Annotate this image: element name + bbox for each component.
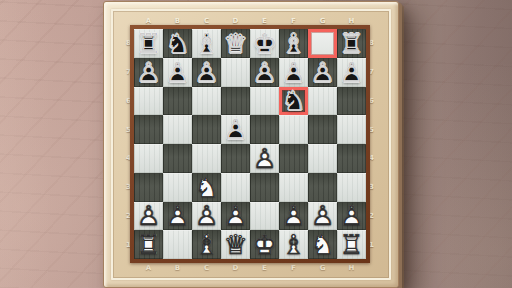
square-d4[interactable] [221,144,250,173]
square-f6[interactable]: ♞♘ [279,87,308,116]
square-g8[interactable] [308,29,337,58]
square-c5[interactable] [192,115,221,144]
piece-white-knight[interactable]: ♞♘ [308,230,337,259]
square-e3[interactable] [250,173,279,202]
piece-black-pawn[interactable]: ♟♙ [221,115,250,144]
board-grid: ♜♖♞♘♝♗♛♕♚♔♝♗♜♖♟♙♟♙♟♙♟♙♟♙♟♙♟♙♞♘♟♙♟♙♞♘♟♙♟♙… [134,29,366,259]
square-b2[interactable]: ♟♙ [163,202,192,231]
piece-black-pawn[interactable]: ♟♙ [192,58,221,87]
piece-glyph-outline: ♙ [279,58,308,87]
piece-black-bishop[interactable]: ♝♗ [192,29,221,58]
square-d6[interactable] [221,87,250,116]
square-h3[interactable] [337,173,366,202]
piece-white-knight[interactable]: ♞♘ [192,173,221,202]
piece-glyph-outline: ♘ [308,230,337,259]
piece-glyph-outline: ♙ [337,202,366,231]
square-d5[interactable]: ♟♙ [221,115,250,144]
piece-white-pawn[interactable]: ♟♙ [250,144,279,173]
piece-glyph-outline: ♙ [134,58,163,87]
piece-white-bishop[interactable]: ♝♗ [279,230,308,259]
piece-black-pawn[interactable]: ♟♙ [163,58,192,87]
square-f1[interactable]: ♝♗ [279,230,308,259]
piece-glyph-outline: ♕ [221,230,250,259]
square-a1[interactable]: ♜♖ [134,230,163,259]
square-a2[interactable]: ♟♙ [134,202,163,231]
piece-glyph-outline: ♘ [192,173,221,202]
square-c2[interactable]: ♟♙ [192,202,221,231]
piece-white-pawn[interactable]: ♟♙ [163,202,192,231]
piece-glyph-outline: ♗ [192,29,221,58]
piece-glyph-outline: ♙ [279,202,308,231]
piece-black-rook[interactable]: ♜♖ [337,29,366,58]
piece-glyph-outline: ♕ [221,29,250,58]
piece-glyph-outline: ♗ [192,230,221,259]
piece-black-pawn[interactable]: ♟♙ [308,58,337,87]
square-h5[interactable] [337,115,366,144]
piece-glyph-outline: ♖ [337,230,366,259]
square-h2[interactable]: ♟♙ [337,202,366,231]
square-e8[interactable]: ♚♔ [250,29,279,58]
piece-glyph-outline: ♙ [163,202,192,231]
piece-glyph-outline: ♙ [163,58,192,87]
piece-white-rook[interactable]: ♜♖ [134,230,163,259]
piece-glyph-outline: ♖ [337,29,366,58]
square-f4[interactable] [279,144,308,173]
square-g3[interactable] [308,173,337,202]
square-b4[interactable] [163,144,192,173]
square-a6[interactable] [134,87,163,116]
piece-black-king[interactable]: ♚♔ [250,29,279,58]
square-f5[interactable] [279,115,308,144]
piece-glyph-outline: ♙ [221,202,250,231]
piece-black-bishop[interactable]: ♝♗ [279,29,308,58]
square-b7[interactable]: ♟♙ [163,58,192,87]
square-e5[interactable] [250,115,279,144]
square-h4[interactable] [337,144,366,173]
square-e4[interactable]: ♟♙ [250,144,279,173]
square-e1[interactable]: ♚♔ [250,230,279,259]
square-c1[interactable]: ♝♗ [192,230,221,259]
square-c6[interactable] [192,87,221,116]
piece-glyph-outline: ♙ [221,115,250,144]
square-b3[interactable] [163,173,192,202]
square-b8[interactable]: ♞♘ [163,29,192,58]
square-h8[interactable]: ♜♖ [337,29,366,58]
square-c3[interactable]: ♞♘ [192,173,221,202]
square-f8[interactable]: ♝♗ [279,29,308,58]
square-a4[interactable] [134,144,163,173]
piece-black-knight[interactable]: ♞♘ [163,29,192,58]
piece-glyph-outline: ♔ [250,230,279,259]
piece-black-pawn[interactable]: ♟♙ [134,58,163,87]
piece-glyph-outline: ♘ [163,29,192,58]
square-c4[interactable] [192,144,221,173]
piece-white-pawn[interactable]: ♟♙ [192,202,221,231]
piece-glyph-outline: ♖ [134,230,163,259]
square-d2[interactable]: ♟♙ [221,202,250,231]
piece-black-knight[interactable]: ♞♘ [279,87,308,116]
square-c8[interactable]: ♝♗ [192,29,221,58]
square-d3[interactable] [221,173,250,202]
piece-glyph-outline: ♙ [250,58,279,87]
piece-white-king[interactable]: ♚♔ [250,230,279,259]
piece-white-pawn[interactable]: ♟♙ [337,202,366,231]
piece-glyph-outline: ♔ [250,29,279,58]
piece-white-pawn[interactable]: ♟♙ [221,202,250,231]
square-b6[interactable] [163,87,192,116]
square-d7[interactable] [221,58,250,87]
piece-white-pawn[interactable]: ♟♙ [134,202,163,231]
square-c7[interactable]: ♟♙ [192,58,221,87]
square-f7[interactable]: ♟♙ [279,58,308,87]
piece-glyph-outline: ♖ [134,29,163,58]
board-inner-border: ♜♖♞♘♝♗♛♕♚♔♝♗♜♖♟♙♟♙♟♙♟♙♟♙♟♙♟♙♞♘♟♙♟♙♞♘♟♙♟♙… [130,25,370,263]
square-e6[interactable] [250,87,279,116]
square-e2[interactable] [250,202,279,231]
square-g1[interactable]: ♞♘ [308,230,337,259]
square-d8[interactable]: ♛♕ [221,29,250,58]
piece-white-bishop[interactable]: ♝♗ [192,230,221,259]
piece-glyph-outline: ♙ [192,58,221,87]
piece-white-rook[interactable]: ♜♖ [337,230,366,259]
piece-glyph-outline: ♙ [308,58,337,87]
square-b5[interactable] [163,115,192,144]
square-d1[interactable]: ♛♕ [221,230,250,259]
piece-glyph-outline: ♗ [279,29,308,58]
square-g4[interactable] [308,144,337,173]
square-e7[interactable]: ♟♙ [250,58,279,87]
square-g2[interactable]: ♟♙ [308,202,337,231]
piece-black-pawn[interactable]: ♟♙ [279,58,308,87]
piece-white-queen[interactable]: ♛♕ [221,230,250,259]
piece-black-queen[interactable]: ♛♕ [221,29,250,58]
piece-black-pawn[interactable]: ♟♙ [250,58,279,87]
piece-white-pawn[interactable]: ♟♙ [308,202,337,231]
chess-board: ABCDEFGH ABCDEFGH 87654321 87654321 ♜♖♞♘… [103,1,399,288]
square-a5[interactable] [134,115,163,144]
piece-black-rook[interactable]: ♜♖ [134,29,163,58]
piece-glyph-outline: ♙ [192,202,221,231]
square-f2[interactable]: ♟♙ [279,202,308,231]
piece-glyph-outline: ♙ [250,144,279,173]
square-g7[interactable]: ♟♙ [308,58,337,87]
piece-glyph-outline: ♘ [279,87,308,116]
square-b1[interactable] [163,230,192,259]
piece-glyph-outline: ♙ [337,58,366,87]
piece-white-pawn[interactable]: ♟♙ [279,202,308,231]
square-h1[interactable]: ♜♖ [337,230,366,259]
square-g6[interactable] [308,87,337,116]
piece-black-pawn[interactable]: ♟♙ [337,58,366,87]
piece-glyph-outline: ♗ [279,230,308,259]
square-a7[interactable]: ♟♙ [134,58,163,87]
square-g5[interactable] [308,115,337,144]
square-h7[interactable]: ♟♙ [337,58,366,87]
square-h6[interactable] [337,87,366,116]
piece-glyph-outline: ♙ [308,202,337,231]
square-f3[interactable] [279,173,308,202]
square-a8[interactable]: ♜♖ [134,29,163,58]
square-a3[interactable] [134,173,163,202]
piece-glyph-outline: ♙ [134,202,163,231]
